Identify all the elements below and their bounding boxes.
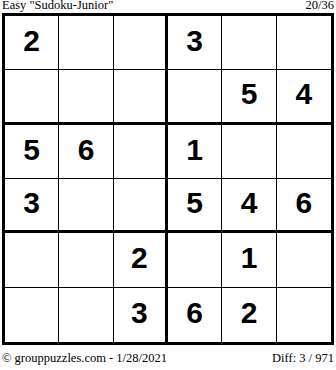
cell-r1c6[interactable] bbox=[277, 16, 331, 70]
cell-r6c3: 3 bbox=[114, 288, 168, 342]
cell-r1c3[interactable] bbox=[114, 16, 168, 70]
cell-r2c1[interactable] bbox=[5, 70, 59, 124]
blank-count: 20/36 bbox=[306, 0, 334, 12]
cell-r5c1[interactable] bbox=[5, 233, 59, 287]
cell-r2c2[interactable] bbox=[59, 70, 113, 124]
cell-r1c4: 3 bbox=[168, 16, 222, 70]
cell-r2c6: 4 bbox=[277, 70, 331, 124]
cell-r6c2[interactable] bbox=[59, 288, 113, 342]
cell-r6c6[interactable] bbox=[277, 288, 331, 342]
cell-r4c3[interactable] bbox=[114, 179, 168, 233]
copyright-text: © grouppuzzles.com - 1/28/2021 bbox=[2, 351, 167, 365]
puzzle-title: Easy "Sudoku-Junior" bbox=[2, 0, 113, 12]
difficulty-text: Diff: 3 / 971 bbox=[272, 351, 334, 365]
cell-r5c3: 2 bbox=[114, 233, 168, 287]
cell-r6c4: 6 bbox=[168, 288, 222, 342]
cell-r1c2[interactable] bbox=[59, 16, 113, 70]
cell-r3c4: 1 bbox=[168, 125, 222, 179]
cell-r6c1[interactable] bbox=[5, 288, 59, 342]
cell-r4c1: 3 bbox=[5, 179, 59, 233]
cell-r5c4[interactable] bbox=[168, 233, 222, 287]
puzzle-page: Easy "Sudoku-Junior" 20/36 2354561354621… bbox=[0, 0, 336, 370]
cell-r5c2[interactable] bbox=[59, 233, 113, 287]
sudoku-grid: 2354561354621362 bbox=[2, 13, 334, 345]
cell-r6c5: 2 bbox=[222, 288, 276, 342]
cell-r3c2: 6 bbox=[59, 125, 113, 179]
cell-r5c5: 1 bbox=[222, 233, 276, 287]
cell-r3c6[interactable] bbox=[277, 125, 331, 179]
cell-r4c2[interactable] bbox=[59, 179, 113, 233]
cell-r1c5[interactable] bbox=[222, 16, 276, 70]
cell-r4c4: 5 bbox=[168, 179, 222, 233]
cell-r5c6[interactable] bbox=[277, 233, 331, 287]
cell-r2c5: 5 bbox=[222, 70, 276, 124]
cell-r3c3[interactable] bbox=[114, 125, 168, 179]
cell-r1c1: 2 bbox=[5, 16, 59, 70]
cell-r3c1: 5 bbox=[5, 125, 59, 179]
cell-r2c4[interactable] bbox=[168, 70, 222, 124]
cell-r2c3[interactable] bbox=[114, 70, 168, 124]
cell-r4c6: 6 bbox=[277, 179, 331, 233]
cell-r4c5: 4 bbox=[222, 179, 276, 233]
cell-r3c5[interactable] bbox=[222, 125, 276, 179]
